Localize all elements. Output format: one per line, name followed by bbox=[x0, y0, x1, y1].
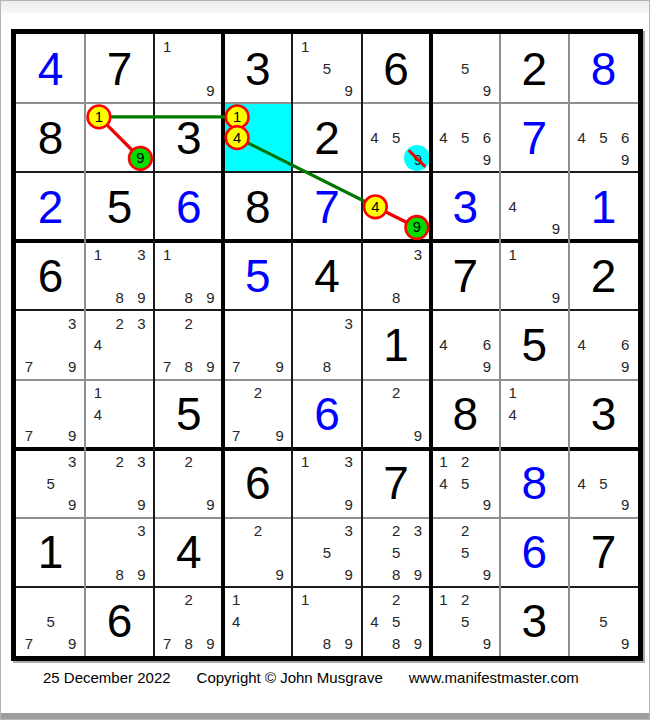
candidate-empty bbox=[316, 312, 338, 334]
candidate-9: 9 bbox=[61, 632, 83, 654]
cell-r5c9[interactable]: 469 bbox=[569, 310, 638, 379]
candidate-empty bbox=[156, 611, 178, 633]
cell-r3c1[interactable]: 2 bbox=[16, 172, 85, 241]
candidate-empty bbox=[364, 589, 386, 611]
candidate-grid: 19 bbox=[502, 243, 567, 308]
cell-r3c2[interactable]: 5 bbox=[85, 172, 154, 241]
cell-r7c1[interactable]: 359 bbox=[16, 449, 85, 518]
candidate-1: 1 bbox=[294, 451, 316, 473]
cell-r2c6[interactable]: 459 bbox=[362, 103, 431, 172]
cell-r4c2[interactable]: 1389 bbox=[85, 241, 154, 310]
candidate-5: 5 bbox=[593, 127, 615, 149]
candidate-grid: 579 bbox=[18, 589, 83, 654]
candidate-empty bbox=[407, 589, 429, 611]
candidate-empty bbox=[109, 105, 131, 127]
candidate-3: 3 bbox=[131, 312, 153, 334]
candidate-2: 2 bbox=[178, 451, 200, 473]
cell-r4c1[interactable]: 6 bbox=[16, 241, 85, 310]
cell-r5c1[interactable]: 379 bbox=[16, 310, 85, 379]
cell-r5c2[interactable]: 234 bbox=[85, 310, 154, 379]
candidate-grid: 79 bbox=[225, 312, 290, 377]
candidate-9: 9 bbox=[269, 356, 291, 378]
candidate-empty bbox=[294, 520, 316, 542]
candidate-empty bbox=[247, 312, 269, 334]
cell-r9c5[interactable]: 189 bbox=[292, 587, 361, 656]
digit: 6 bbox=[500, 518, 569, 587]
candidate-empty bbox=[247, 334, 269, 356]
candidate-empty bbox=[571, 356, 593, 378]
candidate-empty bbox=[454, 36, 476, 58]
candidate-grid: 459 bbox=[571, 451, 636, 516]
cell-r2c9[interactable]: 4569 bbox=[569, 103, 638, 172]
candidate-empty bbox=[87, 356, 109, 378]
cell-r4c4[interactable]: 5 bbox=[223, 241, 292, 310]
cell-r8c7[interactable]: 259 bbox=[431, 518, 500, 587]
cell-r1c7[interactable]: 59 bbox=[431, 34, 500, 103]
candidate-9: 9 bbox=[200, 632, 222, 654]
cell-r9c9[interactable]: 59 bbox=[569, 587, 638, 656]
candidate-empty bbox=[225, 105, 247, 127]
cell-r1c5[interactable]: 159 bbox=[292, 34, 361, 103]
cell-r6c2[interactable]: 14 bbox=[85, 380, 154, 449]
grid-line bbox=[16, 171, 638, 173]
cell-r7c6[interactable]: 7 bbox=[362, 449, 431, 518]
candidate-2: 2 bbox=[109, 312, 131, 334]
cell-r8c9[interactable]: 7 bbox=[569, 518, 638, 587]
candidate-empty bbox=[476, 105, 498, 127]
candidate-empty bbox=[18, 451, 40, 473]
cell-r4c7[interactable]: 7 bbox=[431, 241, 500, 310]
candidate-grid: 4569 bbox=[433, 105, 498, 170]
cell-r8c3[interactable]: 4 bbox=[154, 518, 223, 587]
cell-r4c6[interactable]: 38 bbox=[362, 241, 431, 310]
cell-r2c5[interactable]: 2 bbox=[292, 103, 361, 172]
cell-r9c1[interactable]: 579 bbox=[16, 587, 85, 656]
candidate-empty bbox=[40, 494, 62, 516]
candidate-grid: 24589 bbox=[364, 589, 429, 654]
candidate-empty bbox=[593, 451, 615, 473]
cell-r1c3[interactable]: 19 bbox=[154, 34, 223, 103]
candidate-empty bbox=[476, 312, 498, 334]
candidate-empty bbox=[523, 425, 545, 447]
candidate-empty bbox=[385, 265, 407, 287]
candidate-5: 5 bbox=[316, 58, 338, 80]
candidate-empty bbox=[316, 36, 338, 58]
digit: 1 bbox=[362, 310, 431, 379]
candidate-empty bbox=[433, 494, 455, 516]
digit: 7 bbox=[85, 34, 154, 103]
candidate-empty bbox=[156, 589, 178, 611]
candidate-empty bbox=[131, 127, 153, 149]
candidate-grid: 234 bbox=[87, 312, 152, 377]
candidate-empty bbox=[18, 334, 40, 356]
cell-r4c9[interactable]: 2 bbox=[569, 241, 638, 310]
cell-r4c3[interactable]: 189 bbox=[154, 241, 223, 310]
candidate-empty bbox=[269, 611, 291, 633]
cell-r7c9[interactable]: 459 bbox=[569, 449, 638, 518]
candidate-empty bbox=[433, 79, 455, 101]
candidate-1: 1 bbox=[502, 243, 524, 265]
candidate-3: 3 bbox=[407, 520, 429, 542]
candidate-empty bbox=[433, 312, 455, 334]
candidate-empty bbox=[294, 334, 316, 356]
candidate-empty bbox=[200, 36, 222, 58]
cell-r3c9[interactable]: 1 bbox=[569, 172, 638, 241]
candidate-4: 4 bbox=[571, 472, 593, 494]
cell-r3c3[interactable]: 6 bbox=[154, 172, 223, 241]
candidate-8: 8 bbox=[385, 632, 407, 654]
candidate-empty bbox=[200, 265, 222, 287]
candidate-grid: 189 bbox=[294, 589, 359, 654]
grid-line bbox=[291, 34, 293, 656]
candidate-2: 2 bbox=[178, 312, 200, 334]
candidate-empty bbox=[156, 334, 178, 356]
cell-r9c3[interactable]: 2789 bbox=[154, 587, 223, 656]
cell-r2c1[interactable]: 8 bbox=[16, 103, 85, 172]
candidate-empty bbox=[269, 127, 291, 149]
candidate-empty bbox=[40, 356, 62, 378]
candidate-empty bbox=[109, 425, 131, 447]
cell-r8c8[interactable]: 6 bbox=[500, 518, 569, 587]
candidate-7: 7 bbox=[156, 356, 178, 378]
candidate-empty bbox=[109, 127, 131, 149]
candidate-empty bbox=[131, 105, 153, 127]
candidate-empty bbox=[614, 472, 636, 494]
candidate-empty bbox=[614, 312, 636, 334]
candidate-1: 1 bbox=[87, 382, 109, 404]
cell-r6c7[interactable]: 8 bbox=[431, 380, 500, 449]
candidate-empty bbox=[316, 334, 338, 356]
candidate-empty bbox=[294, 494, 316, 516]
cell-r7c4[interactable]: 6 bbox=[223, 449, 292, 518]
digit: 3 bbox=[569, 380, 638, 449]
candidate-9: 9 bbox=[476, 79, 498, 101]
candidate-empty bbox=[18, 403, 40, 425]
candidate-empty bbox=[407, 127, 429, 149]
candidate-grid: 23589 bbox=[364, 520, 429, 585]
candidate-empty bbox=[269, 312, 291, 334]
candidate-empty bbox=[61, 611, 83, 633]
candidate-empty bbox=[476, 520, 498, 542]
candidate-empty bbox=[407, 403, 429, 425]
candidate-empty bbox=[178, 58, 200, 80]
candidate-empty bbox=[156, 79, 178, 101]
candidate-empty bbox=[269, 541, 291, 563]
candidate-4: 4 bbox=[87, 334, 109, 356]
candidate-8: 8 bbox=[178, 356, 200, 378]
candidate-5: 5 bbox=[40, 611, 62, 633]
candidate-empty bbox=[247, 149, 269, 171]
candidate-empty bbox=[454, 79, 476, 101]
digit: 8 bbox=[431, 380, 500, 449]
cell-r7c2[interactable]: 239 bbox=[85, 449, 154, 518]
cell-grid: 4719315965928832459456974569256873491613… bbox=[16, 34, 638, 656]
candidate-empty bbox=[364, 196, 386, 218]
candidate-empty bbox=[407, 541, 429, 563]
candidate-5: 5 bbox=[593, 611, 615, 633]
candidate-empty bbox=[225, 127, 247, 149]
candidate-empty bbox=[571, 451, 593, 473]
candidate-grid: 38 bbox=[364, 243, 429, 308]
cell-r6c3[interactable]: 5 bbox=[154, 380, 223, 449]
digit: 7 bbox=[569, 518, 638, 587]
candidate-empty bbox=[316, 472, 338, 494]
candidate-empty bbox=[476, 541, 498, 563]
candidate-empty bbox=[614, 589, 636, 611]
candidate-grid: 29 bbox=[364, 382, 429, 447]
candidate-empty bbox=[18, 589, 40, 611]
candidate-9: 9 bbox=[545, 287, 567, 309]
candidate-9: 9 bbox=[545, 218, 567, 240]
cell-r9c4[interactable]: 14 bbox=[223, 587, 292, 656]
candidate-grid: 259 bbox=[433, 520, 498, 585]
cell-r5c7[interactable]: 469 bbox=[431, 310, 500, 379]
cell-r9c6[interactable]: 24589 bbox=[362, 587, 431, 656]
candidate-empty bbox=[225, 334, 247, 356]
candidate-empty bbox=[316, 563, 338, 585]
grid-line bbox=[16, 239, 638, 243]
candidate-empty bbox=[225, 520, 247, 542]
digit: 6 bbox=[362, 34, 431, 103]
digit: 2 bbox=[292, 103, 361, 172]
cell-r3c5[interactable]: 7 bbox=[292, 172, 361, 241]
digit: 2 bbox=[569, 241, 638, 310]
cell-r7c7[interactable]: 12459 bbox=[431, 449, 500, 518]
digit: 3 bbox=[500, 587, 569, 656]
cell-r8c6[interactable]: 23589 bbox=[362, 518, 431, 587]
candidate-empty bbox=[294, 632, 316, 654]
candidate-empty bbox=[385, 105, 407, 127]
candidate-empty bbox=[545, 196, 567, 218]
candidate-empty bbox=[156, 451, 178, 473]
candidate-empty bbox=[18, 312, 40, 334]
candidate-empty bbox=[545, 382, 567, 404]
cell-r3c4[interactable]: 8 bbox=[223, 172, 292, 241]
candidate-8: 8 bbox=[316, 632, 338, 654]
cell-r4c8[interactable]: 19 bbox=[500, 241, 569, 310]
cell-r9c7[interactable]: 1259 bbox=[431, 587, 500, 656]
cell-r5c4[interactable]: 79 bbox=[223, 310, 292, 379]
candidate-empty bbox=[87, 541, 109, 563]
candidate-empty bbox=[109, 520, 131, 542]
candidate-9: 9 bbox=[338, 79, 360, 101]
cell-r8c4[interactable]: 29 bbox=[223, 518, 292, 587]
cell-r4c5[interactable]: 4 bbox=[292, 241, 361, 310]
candidate-grid: 49 bbox=[502, 174, 567, 239]
footer-website: www.manifestmaster.com bbox=[409, 669, 579, 686]
candidate-empty bbox=[294, 541, 316, 563]
candidate-grid: 279 bbox=[225, 382, 290, 447]
cell-r9c2[interactable]: 6 bbox=[85, 587, 154, 656]
candidate-empty bbox=[338, 58, 360, 80]
candidate-empty bbox=[87, 105, 109, 127]
candidate-empty bbox=[131, 334, 153, 356]
candidate-empty bbox=[571, 149, 593, 171]
cell-r6c9[interactable]: 3 bbox=[569, 380, 638, 449]
cell-r5c8[interactable]: 5 bbox=[500, 310, 569, 379]
candidate-empty bbox=[407, 265, 429, 287]
candidate-empty bbox=[316, 79, 338, 101]
candidate-3: 3 bbox=[338, 520, 360, 542]
candidate-empty bbox=[40, 451, 62, 473]
candidate-empty bbox=[502, 287, 524, 309]
candidate-4: 4 bbox=[433, 334, 455, 356]
cell-r1c1[interactable]: 4 bbox=[16, 34, 85, 103]
cell-r2c4[interactable] bbox=[223, 103, 292, 172]
digit: 6 bbox=[154, 172, 223, 241]
candidate-grid: 14 bbox=[502, 382, 567, 447]
candidate-9: 9 bbox=[131, 494, 153, 516]
candidate-9: 9 bbox=[200, 494, 222, 516]
candidate-empty bbox=[476, 472, 498, 494]
candidate-empty bbox=[523, 287, 545, 309]
candidate-empty bbox=[502, 425, 524, 447]
candidate-5: 5 bbox=[593, 472, 615, 494]
candidate-empty bbox=[407, 287, 429, 309]
cell-r9c8[interactable]: 3 bbox=[500, 587, 569, 656]
cell-r6c4[interactable]: 279 bbox=[223, 380, 292, 449]
digit: 4 bbox=[154, 518, 223, 587]
candidate-empty bbox=[40, 589, 62, 611]
candidate-empty bbox=[269, 520, 291, 542]
candidate-empty bbox=[269, 589, 291, 611]
candidate-empty bbox=[178, 36, 200, 58]
candidate-empty bbox=[131, 472, 153, 494]
candidate-empty bbox=[338, 36, 360, 58]
candidate-empty bbox=[131, 425, 153, 447]
candidate-4: 4 bbox=[433, 127, 455, 149]
candidate-grid: 189 bbox=[156, 243, 221, 308]
candidate-grid bbox=[225, 105, 290, 170]
digit: 6 bbox=[292, 380, 361, 449]
candidate-empty bbox=[593, 312, 615, 334]
cell-r7c8[interactable]: 8 bbox=[500, 449, 569, 518]
candidate-empty bbox=[385, 403, 407, 425]
cell-r7c3[interactable]: 29 bbox=[154, 449, 223, 518]
candidate-grid: 19 bbox=[156, 36, 221, 101]
candidate-empty bbox=[247, 563, 269, 585]
candidate-empty bbox=[156, 265, 178, 287]
candidate-empty bbox=[200, 472, 222, 494]
cell-r2c3[interactable]: 3 bbox=[154, 103, 223, 172]
candidate-empty bbox=[225, 312, 247, 334]
candidate-8: 8 bbox=[178, 632, 200, 654]
candidate-empty bbox=[593, 589, 615, 611]
window-bottom-bar bbox=[1, 713, 649, 719]
digit: 7 bbox=[362, 449, 431, 518]
candidate-empty bbox=[338, 334, 360, 356]
candidate-empty bbox=[454, 312, 476, 334]
candidate-empty bbox=[476, 611, 498, 633]
sudoku-board: 4719315965928832459456974569256873491613… bbox=[11, 29, 643, 661]
cell-r5c5[interactable]: 38 bbox=[292, 310, 361, 379]
cell-r6c6[interactable]: 29 bbox=[362, 380, 431, 449]
candidate-grid: 59 bbox=[433, 36, 498, 101]
candidate-4: 4 bbox=[433, 472, 455, 494]
cell-r6c5[interactable]: 6 bbox=[292, 380, 361, 449]
cell-r5c3[interactable]: 2789 bbox=[154, 310, 223, 379]
candidate-empty bbox=[385, 149, 407, 171]
cell-r3c7[interactable]: 3 bbox=[431, 172, 500, 241]
candidate-9: 9 bbox=[131, 287, 153, 309]
cell-r6c1[interactable]: 79 bbox=[16, 380, 85, 449]
candidate-empty bbox=[407, 174, 429, 196]
cell-r8c2[interactable]: 389 bbox=[85, 518, 154, 587]
candidate-2: 2 bbox=[247, 382, 269, 404]
candidate-5: 5 bbox=[454, 472, 476, 494]
candidate-grid: 14 bbox=[225, 589, 290, 654]
candidate-8: 8 bbox=[385, 563, 407, 585]
candidate-empty bbox=[156, 287, 178, 309]
candidate-empty bbox=[407, 218, 429, 240]
candidate-empty bbox=[593, 334, 615, 356]
candidate-empty bbox=[433, 632, 455, 654]
cell-r6c8[interactable]: 14 bbox=[500, 380, 569, 449]
candidate-empty bbox=[316, 589, 338, 611]
cell-r3c8[interactable]: 49 bbox=[500, 172, 569, 241]
candidate-empty bbox=[545, 425, 567, 447]
cell-r2c7[interactable]: 4569 bbox=[431, 103, 500, 172]
candidate-empty bbox=[571, 632, 593, 654]
grid-line bbox=[361, 34, 363, 656]
candidate-2: 2 bbox=[178, 589, 200, 611]
candidate-empty bbox=[109, 265, 131, 287]
cell-r1c9[interactable]: 8 bbox=[569, 34, 638, 103]
cell-r1c6[interactable]: 6 bbox=[362, 34, 431, 103]
digit: 1 bbox=[16, 518, 85, 587]
candidate-empty bbox=[247, 589, 269, 611]
candidate-8: 8 bbox=[109, 287, 131, 309]
candidate-empty bbox=[178, 243, 200, 265]
candidate-empty bbox=[476, 451, 498, 473]
candidate-empty bbox=[61, 589, 83, 611]
digit: 8 bbox=[16, 103, 85, 172]
cell-r3c6[interactable] bbox=[362, 172, 431, 241]
candidate-empty bbox=[454, 149, 476, 171]
candidate-9: 9 bbox=[614, 632, 636, 654]
candidate-3: 3 bbox=[338, 451, 360, 473]
candidate-empty bbox=[87, 312, 109, 334]
candidate-empty bbox=[614, 451, 636, 473]
candidate-empty bbox=[502, 174, 524, 196]
cell-r8c1[interactable]: 1 bbox=[16, 518, 85, 587]
cell-r1c8[interactable]: 2 bbox=[500, 34, 569, 103]
candidate-3: 3 bbox=[61, 451, 83, 473]
cell-r2c8[interactable]: 7 bbox=[500, 103, 569, 172]
grid-line bbox=[16, 586, 638, 588]
candidate-9: 9 bbox=[476, 356, 498, 378]
candidate-empty bbox=[545, 403, 567, 425]
cell-r2c2[interactable] bbox=[85, 103, 154, 172]
candidate-empty bbox=[338, 472, 360, 494]
candidate-6: 6 bbox=[476, 127, 498, 149]
cell-r1c2[interactable]: 7 bbox=[85, 34, 154, 103]
candidate-empty bbox=[225, 382, 247, 404]
cell-r1c4[interactable]: 3 bbox=[223, 34, 292, 103]
candidate-1: 1 bbox=[294, 589, 316, 611]
candidate-empty bbox=[87, 451, 109, 473]
candidate-9: 9 bbox=[338, 563, 360, 585]
cell-r5c6[interactable]: 1 bbox=[362, 310, 431, 379]
candidate-5: 5 bbox=[454, 127, 476, 149]
digit: 6 bbox=[85, 587, 154, 656]
cell-r7c5[interactable]: 139 bbox=[292, 449, 361, 518]
candidate-empty bbox=[40, 382, 62, 404]
candidate-grid: 159 bbox=[294, 36, 359, 101]
candidate-empty bbox=[131, 265, 153, 287]
cell-r8c5[interactable]: 359 bbox=[292, 518, 361, 587]
candidate-empty bbox=[18, 494, 40, 516]
